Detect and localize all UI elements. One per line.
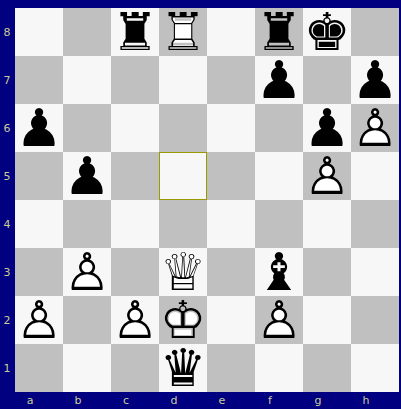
white-piece-outline: ♖	[159, 8, 207, 56]
piece-white-pawn-c2[interactable]: ♟♙	[111, 296, 159, 344]
square-c2[interactable]: ♟♙	[111, 296, 159, 344]
square-f5[interactable]	[255, 152, 303, 200]
square-g1[interactable]	[303, 344, 351, 392]
white-piece-outline: ♔	[159, 296, 207, 344]
rank-label-7: 7	[0, 56, 14, 104]
rank-label-3: 3	[0, 248, 14, 296]
square-d7[interactable]	[159, 56, 207, 104]
file-label-c: c	[102, 392, 150, 409]
square-f6[interactable]	[255, 104, 303, 152]
square-c1[interactable]	[111, 344, 159, 392]
square-c5[interactable]	[111, 152, 159, 200]
square-g5[interactable]: ♟♙	[303, 152, 351, 200]
square-g8[interactable]: ♚	[303, 8, 351, 56]
square-e3[interactable]	[207, 248, 255, 296]
square-b4[interactable]	[63, 200, 111, 248]
square-f7[interactable]: ♟	[255, 56, 303, 104]
chess-diagram-window: ♜♜♖♜♚♟♟♟♟♟♙♟♟♙♟♙♛♕♝♟♙♟♙♚♔♟♙♛ 87654321 ab…	[0, 0, 401, 409]
piece-white-pawn-h6[interactable]: ♟♙	[351, 104, 399, 152]
square-e4[interactable]	[207, 200, 255, 248]
square-g3[interactable]	[303, 248, 351, 296]
square-a7[interactable]	[15, 56, 63, 104]
piece-black-rook-c8[interactable]: ♜	[112, 8, 159, 56]
file-label-f: f	[246, 392, 294, 409]
rank-label-6: 6	[0, 104, 14, 152]
square-h5[interactable]	[351, 152, 399, 200]
square-d3[interactable]: ♛♕	[159, 248, 207, 296]
square-d8[interactable]: ♜♖	[159, 8, 207, 56]
square-h7[interactable]: ♟	[351, 56, 399, 104]
piece-white-king-d2[interactable]: ♚♔	[159, 296, 207, 344]
square-b6[interactable]	[63, 104, 111, 152]
square-d2[interactable]: ♚♔	[159, 296, 207, 344]
square-b2[interactable]	[63, 296, 111, 344]
piece-white-pawn-b3[interactable]: ♟♙	[63, 248, 111, 296]
piece-black-pawn-b5[interactable]: ♟	[64, 152, 111, 200]
square-e6[interactable]	[207, 104, 255, 152]
piece-black-queen-d1[interactable]: ♛	[160, 344, 207, 392]
white-piece-outline: ♙	[63, 248, 111, 296]
square-d5[interactable]	[159, 152, 207, 200]
square-h6[interactable]: ♟♙	[351, 104, 399, 152]
rank-label-1: 1	[0, 344, 14, 392]
white-piece-outline: ♙	[111, 296, 159, 344]
square-e7[interactable]	[207, 56, 255, 104]
square-f4[interactable]	[255, 200, 303, 248]
piece-black-pawn-g6[interactable]: ♟	[304, 104, 351, 152]
square-d1[interactable]: ♛	[159, 344, 207, 392]
square-f8[interactable]: ♜	[255, 8, 303, 56]
chess-board: ♜♜♖♜♚♟♟♟♟♟♙♟♟♙♟♙♛♕♝♟♙♟♙♚♔♟♙♛	[15, 8, 399, 392]
square-c8[interactable]: ♜	[111, 8, 159, 56]
file-label-a: a	[6, 392, 54, 409]
square-f2[interactable]: ♟♙	[255, 296, 303, 344]
piece-white-pawn-g5[interactable]: ♟♙	[303, 152, 351, 200]
square-c6[interactable]	[111, 104, 159, 152]
square-a4[interactable]	[15, 200, 63, 248]
file-label-g: g	[294, 392, 342, 409]
square-e5[interactable]	[207, 152, 255, 200]
square-c3[interactable]	[111, 248, 159, 296]
square-c7[interactable]	[111, 56, 159, 104]
square-f3[interactable]: ♝	[255, 248, 303, 296]
square-b3[interactable]: ♟♙	[63, 248, 111, 296]
square-f1[interactable]	[255, 344, 303, 392]
file-label-h: h	[342, 392, 390, 409]
square-a2[interactable]: ♟♙	[15, 296, 63, 344]
square-a3[interactable]	[15, 248, 63, 296]
square-h4[interactable]	[351, 200, 399, 248]
square-a5[interactable]	[15, 152, 63, 200]
square-h3[interactable]	[351, 248, 399, 296]
square-e8[interactable]	[207, 8, 255, 56]
rank-label-5: 5	[0, 152, 14, 200]
square-a6[interactable]: ♟	[15, 104, 63, 152]
square-b8[interactable]	[63, 8, 111, 56]
square-b5[interactable]: ♟	[63, 152, 111, 200]
piece-black-pawn-a6[interactable]: ♟	[16, 104, 63, 152]
square-d6[interactable]	[159, 104, 207, 152]
square-h8[interactable]	[351, 8, 399, 56]
square-b7[interactable]	[63, 56, 111, 104]
square-e1[interactable]	[207, 344, 255, 392]
piece-black-bishop-f3[interactable]: ♝	[256, 248, 303, 296]
square-c4[interactable]	[111, 200, 159, 248]
piece-white-queen-d3[interactable]: ♛♕	[159, 248, 207, 296]
rank-label-8: 8	[0, 8, 14, 56]
white-piece-outline: ♙	[351, 104, 399, 152]
square-a8[interactable]	[15, 8, 63, 56]
square-h1[interactable]	[351, 344, 399, 392]
piece-black-pawn-h7[interactable]: ♟	[352, 56, 399, 104]
white-piece-outline: ♙	[303, 152, 351, 200]
file-label-b: b	[54, 392, 102, 409]
square-g7[interactable]	[303, 56, 351, 104]
piece-black-pawn-f7[interactable]: ♟	[256, 56, 303, 104]
piece-white-rook-d8[interactable]: ♜♖	[159, 8, 207, 56]
rank-label-4: 4	[0, 200, 14, 248]
square-a1[interactable]	[15, 344, 63, 392]
square-h2[interactable]	[351, 296, 399, 344]
square-g2[interactable]	[303, 296, 351, 344]
white-piece-outline: ♕	[159, 248, 207, 296]
square-b1[interactable]	[63, 344, 111, 392]
white-piece-outline: ♙	[255, 296, 303, 344]
piece-black-rook-f8[interactable]: ♜	[256, 8, 303, 56]
file-label-e: e	[198, 392, 246, 409]
square-g6[interactable]: ♟	[303, 104, 351, 152]
square-d4[interactable]	[159, 200, 207, 248]
piece-black-king-g8[interactable]: ♚	[304, 8, 351, 56]
white-piece-outline: ♙	[15, 296, 63, 344]
file-label-d: d	[150, 392, 198, 409]
square-g4[interactable]	[303, 200, 351, 248]
piece-white-pawn-f2[interactable]: ♟♙	[255, 296, 303, 344]
piece-white-pawn-a2[interactable]: ♟♙	[15, 296, 63, 344]
rank-label-2: 2	[0, 296, 14, 344]
square-e2[interactable]	[207, 296, 255, 344]
